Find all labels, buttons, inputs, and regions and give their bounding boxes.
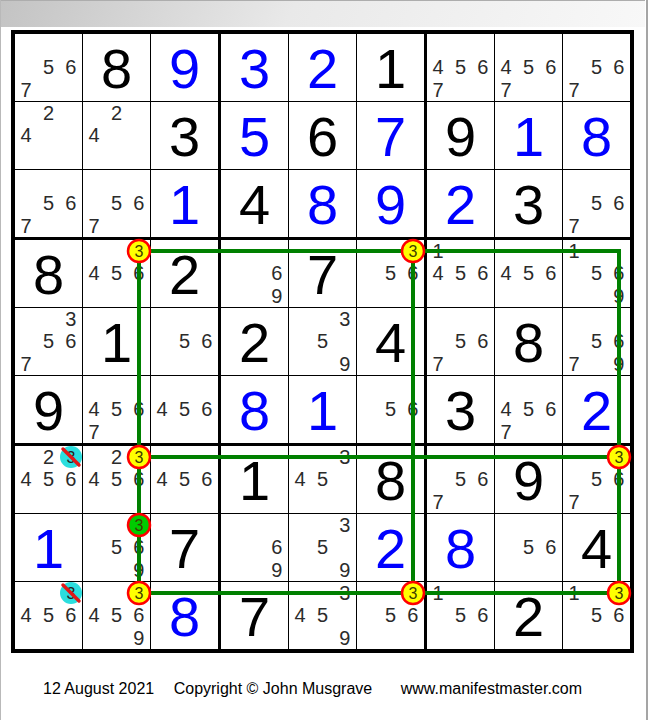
cell-r5c7: 567 xyxy=(427,308,495,376)
digit: 7 xyxy=(221,582,288,649)
candidate-6: 6 xyxy=(540,56,562,78)
cell-r8c4: 69 xyxy=(221,514,289,582)
cell-r2c9: 8 xyxy=(563,102,630,170)
cell-r3c7: 2 xyxy=(427,170,495,240)
candidate-9: 9 xyxy=(334,559,356,581)
candidate-9: 9 xyxy=(334,627,356,649)
cell-r8c2: 569 xyxy=(83,514,151,582)
candidate-7: 7 xyxy=(83,421,105,443)
candidate-6: 6 xyxy=(608,192,630,214)
candidate-4: 4 xyxy=(151,468,173,490)
cell-r6c3: 456 xyxy=(151,376,221,446)
cell-r1c2: 8 xyxy=(83,34,151,102)
cell-r2c4: 5 xyxy=(221,102,289,170)
candidate-7: 7 xyxy=(427,353,449,375)
candidate-5: 5 xyxy=(173,398,195,420)
cell-r2c8: 1 xyxy=(495,102,563,170)
candidate-6: 6 xyxy=(128,192,150,214)
candidate-4: 4 xyxy=(289,604,311,626)
digit: 1 xyxy=(83,308,150,375)
candidate-6: 6 xyxy=(60,192,82,214)
digit: 2 xyxy=(495,582,562,649)
candidate-4: 4 xyxy=(289,468,311,490)
candidate-3: 3 xyxy=(334,582,356,604)
candidate-5: 5 xyxy=(585,192,607,214)
candidate-4: 4 xyxy=(427,56,449,78)
cell-r5c8: 8 xyxy=(495,308,563,376)
candidate-5: 5 xyxy=(379,604,401,626)
cell-r3c6: 9 xyxy=(357,170,427,240)
candidate-5: 5 xyxy=(517,398,539,420)
cell-r4c1: 8 xyxy=(15,240,83,308)
candidate-6: 6 xyxy=(60,56,82,78)
cell-r1c4: 3 xyxy=(221,34,289,102)
cell-r7c8: 9 xyxy=(495,446,563,514)
digit: 8 xyxy=(495,308,562,375)
digit: 2 xyxy=(289,34,356,101)
cell-r7c7: 567 xyxy=(427,446,495,514)
cell-r7c4: 1 xyxy=(221,446,289,514)
candidate-5: 5 xyxy=(449,330,471,352)
candidate-6: 6 xyxy=(196,468,218,490)
candidate-5: 5 xyxy=(585,604,607,626)
candidate-1: 1 xyxy=(563,240,585,262)
digit: 9 xyxy=(15,376,82,443)
candidate-6: 6 xyxy=(540,262,562,284)
digit: 4 xyxy=(221,170,288,237)
candidate-6: 6 xyxy=(128,262,150,284)
cell-r6c8: 4567 xyxy=(495,376,563,446)
candidate-6: 6 xyxy=(402,262,424,284)
window-right-edge xyxy=(646,0,648,720)
candidate-5: 5 xyxy=(449,262,471,284)
candidate-7: 7 xyxy=(83,215,105,237)
cell-r6c6: 56 xyxy=(357,376,427,446)
cell-r7c5: 345 xyxy=(289,446,357,514)
candidate-7: 7 xyxy=(563,491,585,513)
window-left-edge xyxy=(0,0,1,720)
candidate-1: 1 xyxy=(563,582,585,604)
digit: 5 xyxy=(221,102,288,169)
candidate-3: 3 xyxy=(334,308,356,330)
cell-r5c6: 4 xyxy=(357,308,427,376)
candidate-7: 7 xyxy=(427,491,449,513)
candidate-6: 6 xyxy=(472,262,494,284)
candidate-3: 3 xyxy=(334,446,356,468)
cell-r7c9: 567 xyxy=(563,446,630,514)
cell-r3c4: 4 xyxy=(221,170,289,240)
candidate-4: 4 xyxy=(495,398,517,420)
candidate-1: 1 xyxy=(427,582,449,604)
digit: 2 xyxy=(427,170,494,237)
cell-r5c9: 5679 xyxy=(563,308,630,376)
candidate-9: 9 xyxy=(266,559,288,581)
candidate-5: 5 xyxy=(517,536,539,558)
digit: 9 xyxy=(357,170,424,237)
cell-r9c1: 456 xyxy=(15,582,83,649)
candidate-7: 7 xyxy=(495,79,517,101)
cell-r6c9: 2 xyxy=(563,376,630,446)
candidate-5: 5 xyxy=(379,398,401,420)
candidate-5: 5 xyxy=(517,262,539,284)
candidate-7: 7 xyxy=(15,353,37,375)
candidate-6: 6 xyxy=(540,398,562,420)
candidate-6: 6 xyxy=(472,56,494,78)
candidate-6: 6 xyxy=(128,536,150,558)
digit: 8 xyxy=(357,446,424,513)
candidate-5: 5 xyxy=(311,468,333,490)
cell-r5c4: 2 xyxy=(221,308,289,376)
cell-r6c5: 1 xyxy=(289,376,357,446)
digit: 7 xyxy=(151,514,218,581)
cell-r7c3: 456 xyxy=(151,446,221,514)
candidate-9: 9 xyxy=(608,285,630,307)
candidate-5: 5 xyxy=(37,604,59,626)
digit: 2 xyxy=(221,308,288,375)
digit: 7 xyxy=(289,240,356,307)
cell-r3c3: 1 xyxy=(151,170,221,240)
cell-r9c9: 156 xyxy=(563,582,630,649)
cell-r4c4: 69 xyxy=(221,240,289,308)
cell-r8c1: 1 xyxy=(15,514,83,582)
cell-r6c4: 8 xyxy=(221,376,289,446)
candidate-5: 5 xyxy=(449,604,471,626)
candidate-4: 4 xyxy=(151,398,173,420)
footer: 12 August 2021 Copyright © John Musgrave… xyxy=(43,680,582,698)
cell-r9c2: 4569 xyxy=(83,582,151,649)
digit: 8 xyxy=(151,582,218,649)
cell-r4c5: 7 xyxy=(289,240,357,308)
digit: 9 xyxy=(151,34,218,101)
candidate-4: 4 xyxy=(495,56,517,78)
candidate-6: 6 xyxy=(472,330,494,352)
footer-date: 12 August 2021 xyxy=(43,680,154,697)
cell-r7c1: 2456 xyxy=(15,446,83,514)
cell-r7c2: 2456 xyxy=(83,446,151,514)
candidate-6: 6 xyxy=(402,398,424,420)
candidate-6: 6 xyxy=(196,398,218,420)
digit: 1 xyxy=(357,34,424,101)
candidate-7: 7 xyxy=(15,215,37,237)
footer-copyright: Copyright © John Musgrave xyxy=(174,680,373,697)
cell-r4c9: 1569 xyxy=(563,240,630,308)
candidate-5: 5 xyxy=(585,56,607,78)
digit: 3 xyxy=(495,170,562,237)
sudoku-board: 5678932145674567567242435679185675671489… xyxy=(11,30,634,653)
digit: 2 xyxy=(563,376,630,443)
candidate-6: 6 xyxy=(196,330,218,352)
digit: 1 xyxy=(15,514,82,581)
candidate-9: 9 xyxy=(128,559,150,581)
candidate-3: 3 xyxy=(334,514,356,536)
candidate-2: 2 xyxy=(37,446,59,468)
digit: 4 xyxy=(357,308,424,375)
candidate-6: 6 xyxy=(266,536,288,558)
cell-r1c3: 9 xyxy=(151,34,221,102)
candidate-4: 4 xyxy=(15,468,37,490)
digit: 8 xyxy=(221,376,288,443)
candidate-5: 5 xyxy=(311,536,333,558)
candidate-4: 4 xyxy=(83,124,105,146)
cell-r2c2: 24 xyxy=(83,102,151,170)
cell-r3c2: 567 xyxy=(83,170,151,240)
cell-r6c2: 4567 xyxy=(83,376,151,446)
candidate-5: 5 xyxy=(105,468,127,490)
candidate-4: 4 xyxy=(83,468,105,490)
candidate-6: 6 xyxy=(128,398,150,420)
candidate-4: 4 xyxy=(427,262,449,284)
cell-r2c3: 3 xyxy=(151,102,221,170)
cell-r6c7: 3 xyxy=(427,376,495,446)
digit: 8 xyxy=(15,240,82,307)
candidate-4: 4 xyxy=(15,604,37,626)
cell-r8c7: 8 xyxy=(427,514,495,582)
candidate-7: 7 xyxy=(427,79,449,101)
candidate-4: 4 xyxy=(83,262,105,284)
candidate-6: 6 xyxy=(608,330,630,352)
candidate-1: 1 xyxy=(427,240,449,262)
page-background: 5678932145674567567242435679185675671489… xyxy=(0,0,650,720)
candidate-5: 5 xyxy=(585,330,607,352)
cell-r1c8: 4567 xyxy=(495,34,563,102)
cell-r5c3: 56 xyxy=(151,308,221,376)
candidate-4: 4 xyxy=(83,604,105,626)
cell-r2c6: 7 xyxy=(357,102,427,170)
candidate-4: 4 xyxy=(15,124,37,146)
candidate-6: 6 xyxy=(472,604,494,626)
candidate-2: 2 xyxy=(105,446,127,468)
cell-r5c2: 1 xyxy=(83,308,151,376)
candidate-6: 6 xyxy=(608,262,630,284)
cell-r9c3: 8 xyxy=(151,582,221,649)
cell-r1c5: 2 xyxy=(289,34,357,102)
candidate-6: 6 xyxy=(402,604,424,626)
cell-r9c5: 3459 xyxy=(289,582,357,649)
digit: 8 xyxy=(427,514,494,581)
digit: 4 xyxy=(563,514,630,581)
candidate-5: 5 xyxy=(517,56,539,78)
digit: 3 xyxy=(427,376,494,443)
candidate-5: 5 xyxy=(449,56,471,78)
digit: 3 xyxy=(151,102,218,169)
candidate-6: 6 xyxy=(608,604,630,626)
cell-r4c3: 2 xyxy=(151,240,221,308)
cell-r2c7: 9 xyxy=(427,102,495,170)
cell-r1c7: 4567 xyxy=(427,34,495,102)
candidate-6: 6 xyxy=(608,468,630,490)
cell-r6c1: 9 xyxy=(15,376,83,446)
cell-r1c9: 567 xyxy=(563,34,630,102)
candidate-5: 5 xyxy=(37,56,59,78)
cell-r1c6: 1 xyxy=(357,34,427,102)
candidate-5: 5 xyxy=(585,262,607,284)
cell-r9c6: 56 xyxy=(357,582,427,649)
candidate-5: 5 xyxy=(105,604,127,626)
candidate-9: 9 xyxy=(128,627,150,649)
candidate-6: 6 xyxy=(266,262,288,284)
candidate-4: 4 xyxy=(83,398,105,420)
candidate-5: 5 xyxy=(37,468,59,490)
candidate-5: 5 xyxy=(37,192,59,214)
footer-website: www.manifestmaster.com xyxy=(401,680,582,697)
candidate-7: 7 xyxy=(563,215,585,237)
candidate-3: 3 xyxy=(60,308,82,330)
cell-r8c5: 359 xyxy=(289,514,357,582)
cell-r5c1: 3567 xyxy=(15,308,83,376)
candidate-6: 6 xyxy=(60,468,82,490)
candidate-5: 5 xyxy=(105,398,127,420)
candidate-2: 2 xyxy=(37,102,59,124)
candidate-4: 4 xyxy=(495,262,517,284)
candidate-7: 7 xyxy=(15,79,37,101)
candidate-6: 6 xyxy=(60,604,82,626)
cell-r1c1: 567 xyxy=(15,34,83,102)
digit: 6 xyxy=(289,102,356,169)
digit: 1 xyxy=(151,170,218,237)
cell-r9c8: 2 xyxy=(495,582,563,649)
cell-r4c7: 1456 xyxy=(427,240,495,308)
cell-r4c2: 456 xyxy=(83,240,151,308)
digit: 2 xyxy=(151,240,218,307)
cell-r2c5: 6 xyxy=(289,102,357,170)
digit: 1 xyxy=(289,376,356,443)
cell-r8c9: 4 xyxy=(563,514,630,582)
digit: 2 xyxy=(357,514,424,581)
digit: 9 xyxy=(427,102,494,169)
cell-r3c8: 3 xyxy=(495,170,563,240)
candidate-6: 6 xyxy=(128,468,150,490)
candidate-6: 6 xyxy=(540,536,562,558)
candidate-5: 5 xyxy=(379,262,401,284)
candidate-2: 2 xyxy=(105,102,127,124)
cell-r4c8: 456 xyxy=(495,240,563,308)
candidate-5: 5 xyxy=(105,536,127,558)
candidate-5: 5 xyxy=(311,330,333,352)
cell-r5c5: 359 xyxy=(289,308,357,376)
candidate-7: 7 xyxy=(563,79,585,101)
candidate-5: 5 xyxy=(173,468,195,490)
digit: 9 xyxy=(495,446,562,513)
candidate-5: 5 xyxy=(449,468,471,490)
digit: 1 xyxy=(221,446,288,513)
cell-r8c8: 56 xyxy=(495,514,563,582)
cell-r3c9: 567 xyxy=(563,170,630,240)
candidate-6: 6 xyxy=(472,468,494,490)
candidate-7: 7 xyxy=(563,353,585,375)
cell-r8c3: 7 xyxy=(151,514,221,582)
digit: 8 xyxy=(83,34,150,101)
digit: 8 xyxy=(289,170,356,237)
candidate-7: 7 xyxy=(495,421,517,443)
candidate-5: 5 xyxy=(105,192,127,214)
candidate-5: 5 xyxy=(37,330,59,352)
digit: 8 xyxy=(563,102,630,169)
cell-r3c5: 8 xyxy=(289,170,357,240)
candidate-5: 5 xyxy=(311,604,333,626)
candidate-6: 6 xyxy=(128,604,150,626)
digit: 3 xyxy=(221,34,288,101)
digit: 1 xyxy=(495,102,562,169)
candidate-9: 9 xyxy=(608,353,630,375)
cell-r9c7: 156 xyxy=(427,582,495,649)
candidate-6: 6 xyxy=(608,56,630,78)
cell-r4c6: 56 xyxy=(357,240,427,308)
candidate-9: 9 xyxy=(334,353,356,375)
candidate-6: 6 xyxy=(60,330,82,352)
cell-r3c1: 567 xyxy=(15,170,83,240)
cell-r2c1: 24 xyxy=(15,102,83,170)
cell-r8c6: 2 xyxy=(357,514,427,582)
window-titlebar xyxy=(1,0,645,27)
candidate-5: 5 xyxy=(173,330,195,352)
cell-r9c4: 7 xyxy=(221,582,289,649)
candidate-5: 5 xyxy=(105,262,127,284)
candidate-5: 5 xyxy=(585,468,607,490)
digit: 7 xyxy=(357,102,424,169)
candidate-9: 9 xyxy=(266,285,288,307)
cell-r7c6: 8 xyxy=(357,446,427,514)
